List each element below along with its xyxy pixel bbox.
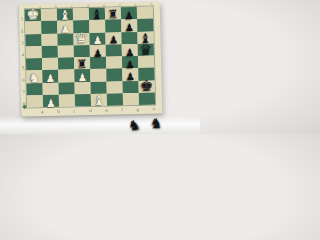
file-label-h: h <box>153 107 156 112</box>
square-a6: ♜ <box>105 7 121 20</box>
square-b4 <box>73 20 89 33</box>
square-g2 <box>43 82 59 95</box>
piece-white-bishop: ♝ <box>93 94 105 107</box>
square-h4 <box>75 94 91 107</box>
rank-label-7: 7 <box>22 90 25 95</box>
square-g8: ♚ <box>138 80 154 93</box>
square-b5 <box>89 20 105 33</box>
square-e5 <box>90 57 106 70</box>
photo-background: { "game": "chess", "scene": { "descripti… <box>0 0 200 134</box>
square-c2 <box>41 33 57 46</box>
square-g7 <box>123 80 139 93</box>
square-f3 <box>58 70 74 83</box>
square-a8 <box>137 7 153 20</box>
square-f1: ♞ <box>26 70 42 83</box>
square-b1 <box>25 21 41 34</box>
square-f4: ♟ <box>74 69 90 82</box>
captured-black-knight: ♞ <box>150 116 164 131</box>
square-d2 <box>42 45 58 58</box>
rank-label-1: 1 <box>21 16 24 21</box>
square-e1 <box>26 58 42 71</box>
square-h2: ♟ <box>43 94 59 107</box>
square-a5: ♝ <box>89 8 105 21</box>
square-a7: ♟ <box>121 7 137 20</box>
square-e8 <box>138 56 154 69</box>
square-e6 <box>106 56 122 69</box>
square-f8 <box>138 68 154 81</box>
square-h6 <box>107 93 123 106</box>
file-label-e: e <box>105 108 108 113</box>
square-f7: ♟ <box>122 68 138 81</box>
chess-board: ♚♝♝♜♟♟♟♛♟♟♝♟♟♛♜♟♞♟♟♟♚♟♝ <box>25 7 155 108</box>
square-h8 <box>139 92 155 105</box>
square-a4 <box>73 8 89 21</box>
file-label-a: a <box>41 109 44 114</box>
file-label-f: f <box>121 107 123 112</box>
piece-white-pawn: ♟ <box>46 97 56 108</box>
square-f2: ♟ <box>42 70 58 83</box>
square-d8: ♛ <box>138 43 154 56</box>
square-d1 <box>26 46 42 59</box>
square-d5: ♟ <box>90 44 106 57</box>
square-h7 <box>123 93 139 106</box>
chess-mat: abcdefgh 12345678 abcdefgh ◆ ♚♝♝♜♟♟♟♛♟♟♝… <box>19 1 163 116</box>
square-d7: ♟ <box>122 44 138 57</box>
square-c1 <box>25 34 41 47</box>
rank-label-6: 6 <box>22 77 25 82</box>
square-b2 <box>41 21 57 34</box>
file-label-b: b <box>57 109 60 114</box>
square-e3 <box>58 57 74 70</box>
square-g3 <box>59 82 75 95</box>
square-c8: ♝ <box>137 31 153 44</box>
square-a3: ♝ <box>57 8 73 21</box>
square-d6 <box>106 44 122 57</box>
square-b7: ♟ <box>121 19 137 32</box>
captured-pieces-tray: ♞♞ <box>124 112 194 134</box>
rank-label-5: 5 <box>22 65 25 70</box>
piece-black-king: ♚ <box>140 78 154 93</box>
square-g4 <box>75 82 91 95</box>
square-b8 <box>137 19 153 32</box>
square-b6 <box>105 20 121 33</box>
square-g1 <box>27 83 43 96</box>
square-g6 <box>107 81 123 94</box>
rank-label-2: 2 <box>21 28 24 33</box>
square-h1 <box>27 95 43 108</box>
square-c5: ♟ <box>89 32 105 45</box>
square-d4 <box>74 45 90 58</box>
square-e7: ♟ <box>122 56 138 69</box>
square-h3 <box>59 94 75 107</box>
square-e4: ♜ <box>74 57 90 70</box>
square-b3: ♟ <box>57 21 73 34</box>
piece-white-king: ♚ <box>26 7 40 22</box>
square-c6: ♟ <box>105 32 121 45</box>
rank-label-4: 4 <box>22 53 25 58</box>
rank-label-3: 3 <box>21 41 24 46</box>
square-c4: ♛ <box>73 33 89 46</box>
square-e2 <box>42 58 58 71</box>
square-c3 <box>57 33 73 46</box>
square-a2 <box>41 9 57 22</box>
square-d3 <box>58 45 74 58</box>
square-f6 <box>106 69 122 82</box>
file-label-c: c <box>73 108 75 113</box>
captured-black-knight: ♞ <box>127 117 141 133</box>
square-f5 <box>90 69 106 82</box>
file-label-d: d <box>89 108 92 113</box>
square-g5 <box>91 81 107 94</box>
square-c7 <box>121 31 137 44</box>
square-h5: ♝ <box>91 93 107 106</box>
square-a1: ♚ <box>25 9 41 22</box>
